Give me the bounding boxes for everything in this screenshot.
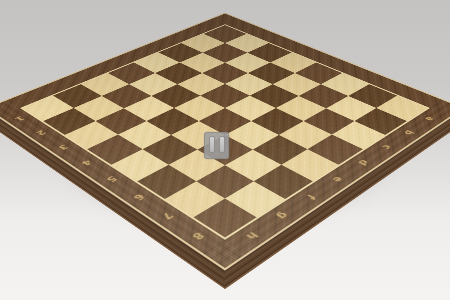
square-f7 (225, 149, 282, 181)
square-e7 (253, 135, 308, 165)
square-f8 (254, 165, 313, 199)
square-e8 (282, 149, 339, 181)
square-e6 (225, 121, 278, 149)
square-g5 (142, 135, 197, 165)
square-c7 (303, 108, 355, 135)
square-h7 (164, 181, 225, 217)
square-d6 (251, 108, 303, 135)
photo-background: 12345678 abcdefgh (0, 0, 450, 300)
square-f4 (147, 108, 199, 135)
square-h2 (43, 108, 95, 135)
watermark-bar (219, 136, 225, 153)
square-h5 (111, 149, 168, 181)
square-h4 (87, 135, 142, 165)
square-b8 (355, 108, 407, 135)
square-g8 (225, 181, 286, 217)
watermark-bar (209, 136, 215, 153)
square-d7 (278, 121, 331, 149)
square-d8 (308, 135, 363, 165)
square-h8 (194, 199, 257, 238)
square-h3 (65, 121, 118, 149)
square-g7 (196, 165, 255, 199)
rank-coordinates: 12345678 (0, 100, 246, 268)
square-g4 (118, 121, 171, 149)
stock-watermark (204, 132, 229, 159)
square-g3 (95, 108, 147, 135)
square-c8 (332, 121, 385, 149)
file-coordinates: abcdefgh (204, 100, 450, 268)
square-e5 (199, 108, 251, 135)
square-h6 (137, 165, 196, 199)
